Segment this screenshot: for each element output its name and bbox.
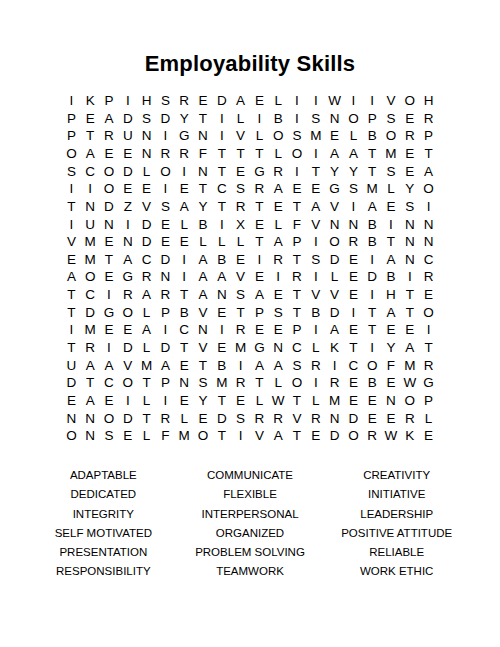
grid-cell: N	[194, 127, 213, 145]
grid-cell: M	[137, 357, 156, 375]
grid-cell: B	[363, 215, 382, 233]
grid-cell: T	[419, 145, 438, 163]
grid-cell: M	[175, 427, 194, 445]
grid-cell: I	[419, 321, 438, 339]
grid-cell: I	[344, 92, 363, 110]
grid-cell: N	[118, 233, 137, 251]
grid-cell: R	[269, 251, 288, 269]
grid-cell: I	[100, 286, 119, 304]
grid-cell: K	[400, 427, 419, 445]
grid-cell: R	[156, 286, 175, 304]
grid-cell: O	[419, 304, 438, 322]
grid-cell: I	[363, 92, 382, 110]
grid-cell: D	[137, 215, 156, 233]
grid-cell: F	[382, 357, 401, 375]
grid-cell: T	[212, 145, 231, 163]
grid-cell: T	[100, 251, 119, 269]
grid-cell: D	[325, 304, 344, 322]
grid-cell: T	[363, 304, 382, 322]
grid-cell: L	[306, 392, 325, 410]
grid-cell: D	[81, 304, 100, 322]
grid-cell: O	[100, 410, 119, 428]
grid-cell: T	[175, 286, 194, 304]
grid-cell: S	[156, 92, 175, 110]
grid-cell: D	[363, 268, 382, 286]
grid-cell: N	[194, 321, 213, 339]
grid-cell: I	[306, 321, 325, 339]
word-list-item: INTERPERSONAL	[177, 505, 324, 524]
grid-cell: T	[175, 339, 194, 357]
grid-cell: A	[269, 233, 288, 251]
grid-cell: D	[118, 163, 137, 181]
puzzle-title: Employability Skills	[0, 51, 500, 77]
grid-cell: R	[137, 268, 156, 286]
grid-cell: C	[288, 339, 307, 357]
grid-cell: D	[212, 410, 231, 428]
grid-cell: O	[382, 127, 401, 145]
grid-cell: R	[288, 268, 307, 286]
word-list-item: ORGANIZED	[177, 524, 324, 543]
grid-cell: H	[137, 92, 156, 110]
grid-cell: D	[137, 233, 156, 251]
grid-cell: P	[156, 304, 175, 322]
grid-cell: S	[344, 180, 363, 198]
grid-cell: C	[419, 251, 438, 269]
grid-cell: E	[269, 198, 288, 216]
grid-cell: S	[194, 374, 213, 392]
grid-cell: O	[419, 180, 438, 198]
grid-cell: P	[62, 127, 81, 145]
grid-cell: V	[118, 357, 137, 375]
grid-cell: T	[231, 145, 250, 163]
word-list: ADAPTABLEDEDICATEDINTEGRITYSELF MOTIVATE…	[30, 466, 470, 582]
grid-cell: D	[118, 110, 137, 128]
grid-cell: S	[288, 357, 307, 375]
grid-cell: R	[156, 145, 175, 163]
grid-cell: E	[306, 427, 325, 445]
grid-cell: E	[118, 321, 137, 339]
grid-cell: I	[250, 251, 269, 269]
grid-cell: O	[62, 427, 81, 445]
grid-cell: F	[288, 215, 307, 233]
grid-cell: L	[269, 145, 288, 163]
grid-cell: O	[325, 233, 344, 251]
grid-cell: A	[81, 357, 100, 375]
grid-cell: A	[269, 427, 288, 445]
grid-cell: E	[250, 215, 269, 233]
grid-cell: L	[137, 163, 156, 181]
grid-cell: T	[419, 339, 438, 357]
grid-cell: T	[62, 339, 81, 357]
grid-cell: T	[288, 427, 307, 445]
grid-cell: N	[137, 127, 156, 145]
grid-cell: T	[194, 180, 213, 198]
grid-cell: V	[137, 198, 156, 216]
grid-cell: E	[100, 268, 119, 286]
grid-cell: I	[175, 251, 194, 269]
grid-cell: P	[156, 374, 175, 392]
grid-cell: O	[100, 163, 119, 181]
word-list-item: POSITIVE ATTITUDE	[323, 524, 470, 543]
grid-cell: N	[62, 410, 81, 428]
grid-cell: A	[100, 110, 119, 128]
grid-cell: I	[288, 92, 307, 110]
grid-cell: E	[194, 92, 213, 110]
grid-cell: E	[250, 268, 269, 286]
grid-cell: O	[81, 268, 100, 286]
grid-cell: R	[100, 127, 119, 145]
grid-cell: A	[363, 198, 382, 216]
grid-cell: E	[250, 321, 269, 339]
grid-cell: A	[81, 392, 100, 410]
grid-cell: E	[100, 392, 119, 410]
grid-cell: E	[175, 180, 194, 198]
grid-cell: M	[363, 180, 382, 198]
grid-cell: T	[344, 339, 363, 357]
grid-cell: A	[269, 180, 288, 198]
grid-cell: V	[231, 127, 250, 145]
grid-cell: R	[306, 410, 325, 428]
grid-cell: R	[269, 410, 288, 428]
word-list-item: LEADERSHIP	[323, 505, 470, 524]
grid-cell: O	[269, 127, 288, 145]
grid-cell: E	[231, 163, 250, 181]
grid-cell: A	[175, 198, 194, 216]
grid-cell: T	[306, 163, 325, 181]
grid-cell: H	[419, 92, 438, 110]
grid-cell: A	[400, 339, 419, 357]
grid-cell: M	[400, 357, 419, 375]
grid-cell: O	[194, 427, 213, 445]
grid-cell: V	[62, 233, 81, 251]
grid-cell: R	[306, 357, 325, 375]
grid-cell: M	[231, 339, 250, 357]
grid-cell: I	[288, 163, 307, 181]
grid-cell: U	[62, 357, 81, 375]
grid-cell: R	[344, 233, 363, 251]
grid-cell: D	[156, 251, 175, 269]
grid-cell: L	[269, 374, 288, 392]
grid-cell: E	[175, 233, 194, 251]
grid-cell: D	[118, 410, 137, 428]
grid-cell: T	[81, 374, 100, 392]
grid-cell: R	[231, 321, 250, 339]
grid-cell: O	[400, 392, 419, 410]
grid-cell: C	[100, 374, 119, 392]
grid-cell: I	[344, 304, 363, 322]
grid-cell: T	[81, 127, 100, 145]
grid-cell: I	[269, 268, 288, 286]
grid-cell: T	[363, 163, 382, 181]
grid-cell: E	[62, 392, 81, 410]
grid-cell: B	[175, 304, 194, 322]
grid-cell: G	[325, 180, 344, 198]
grid-cell: I	[118, 392, 137, 410]
grid-cell: P	[419, 127, 438, 145]
grid-cell: I	[363, 339, 382, 357]
grid-cell: T	[288, 304, 307, 322]
grid-cell: T	[231, 304, 250, 322]
grid-cell: S	[382, 163, 401, 181]
grid-cell: E	[382, 198, 401, 216]
grid-cell: N	[81, 427, 100, 445]
grid-cell: E	[363, 410, 382, 428]
grid-cell: L	[137, 304, 156, 322]
grid-cell: A	[250, 286, 269, 304]
grid-cell: R	[231, 374, 250, 392]
grid-cell: A	[250, 357, 269, 375]
grid-cell: A	[194, 251, 213, 269]
word-list-item: COMMUNICATE	[177, 466, 324, 485]
grid-cell: D	[100, 198, 119, 216]
grid-cell: U	[81, 215, 100, 233]
grid-cell: L	[382, 180, 401, 198]
grid-cell: P	[363, 110, 382, 128]
grid-cell: X	[231, 215, 250, 233]
grid-cell: I	[419, 198, 438, 216]
word-list-item: ADAPTABLE	[30, 466, 177, 485]
grid-cell: A	[118, 251, 137, 269]
grid-cell: I	[62, 180, 81, 198]
grid-cell: S	[382, 110, 401, 128]
grid-cell: M	[81, 321, 100, 339]
grid-cell: E	[363, 392, 382, 410]
grid-cell: D	[156, 339, 175, 357]
grid-cell: I	[175, 163, 194, 181]
grid-cell: I	[212, 321, 231, 339]
word-list-item: CREATIVITY	[323, 466, 470, 485]
grid-cell: M	[81, 233, 100, 251]
grid-cell: T	[400, 304, 419, 322]
grid-cell: M	[382, 145, 401, 163]
grid-cell: N	[325, 110, 344, 128]
grid-cell: I	[288, 110, 307, 128]
word-list-item: PROBLEM SOLVING	[177, 543, 324, 562]
grid-cell: G	[250, 163, 269, 181]
grid-cell: L	[231, 233, 250, 251]
grid-cell: Y	[325, 163, 344, 181]
grid-cell: S	[62, 163, 81, 181]
grid-cell: E	[81, 110, 100, 128]
grid-cell: S	[100, 427, 119, 445]
grid-cell: A	[62, 268, 81, 286]
grid-cell: I	[212, 110, 231, 128]
grid-cell: N	[344, 215, 363, 233]
word-list-item: RELIABLE	[323, 543, 470, 562]
grid-cell: T	[288, 251, 307, 269]
word-list-item: SELF MOTIVATED	[30, 524, 177, 543]
grid-cell: L	[175, 410, 194, 428]
grid-cell: D	[62, 374, 81, 392]
grid-cell: O	[156, 163, 175, 181]
grid-cell: B	[363, 127, 382, 145]
word-list-item: TEAMWORK	[177, 562, 324, 581]
grid-cell: V	[325, 286, 344, 304]
grid-cell: L	[175, 215, 194, 233]
grid-cell: R	[419, 110, 438, 128]
grid-cell: T	[212, 198, 231, 216]
grid-cell: T	[250, 233, 269, 251]
grid-cell: B	[382, 268, 401, 286]
grid-cell: E	[250, 92, 269, 110]
word-list-item: WORK ETHIC	[323, 562, 470, 581]
grid-cell: A	[194, 268, 213, 286]
grid-cell: E	[156, 233, 175, 251]
grid-cell: A	[194, 286, 213, 304]
grid-cell: N	[269, 339, 288, 357]
grid-cell: L	[250, 127, 269, 145]
grid-cell: I	[156, 392, 175, 410]
grid-cell: W	[400, 374, 419, 392]
grid-cell: I	[306, 233, 325, 251]
grid-cell: V	[306, 286, 325, 304]
grid-cell: V	[288, 410, 307, 428]
grid-cell: L	[137, 392, 156, 410]
grid-cell: N	[81, 198, 100, 216]
grid-cell: L	[137, 427, 156, 445]
grid-cell: I	[363, 251, 382, 269]
grid-cell: E	[212, 304, 231, 322]
grid-cell: L	[137, 339, 156, 357]
grid-cell: P	[419, 392, 438, 410]
grid-cell: E	[344, 286, 363, 304]
word-list-column-2: COMMUNICATEFLEXIBLEINTERPERSONALORGANIZE…	[177, 466, 324, 582]
grid-cell: I	[118, 215, 137, 233]
grid-cell: P	[62, 110, 81, 128]
grid-cell: L	[325, 268, 344, 286]
grid-cell: A	[81, 145, 100, 163]
grid-cell: A	[306, 198, 325, 216]
grid-cell: I	[231, 427, 250, 445]
grid-cell: I	[344, 198, 363, 216]
grid-cell: S	[288, 127, 307, 145]
grid-cell: I	[325, 357, 344, 375]
grid-cell: I	[156, 127, 175, 145]
grid-cell: E	[156, 215, 175, 233]
grid-cell: A	[325, 321, 344, 339]
grid-cell: E	[382, 410, 401, 428]
grid-cell: O	[118, 304, 137, 322]
grid-cell: T	[250, 198, 269, 216]
grid-cell: N	[81, 410, 100, 428]
grid-cell: S	[269, 304, 288, 322]
grid-cell: G	[175, 127, 194, 145]
grid-cell: I	[363, 286, 382, 304]
grid-cell: E	[269, 321, 288, 339]
grid-cell: I	[306, 145, 325, 163]
grid-cell: B	[269, 110, 288, 128]
grid-cell: E	[231, 251, 250, 269]
grid-cell: E	[325, 127, 344, 145]
grid-cell: K	[325, 339, 344, 357]
grid-cell: R	[325, 374, 344, 392]
grid-cell: E	[344, 321, 363, 339]
grid-cell: E	[419, 427, 438, 445]
grid-cell: L	[269, 92, 288, 110]
grid-cell: L	[212, 233, 231, 251]
grid-cell: G	[118, 268, 137, 286]
word-list-column-3: CREATIVITYINITIATIVELEADERSHIPPOSITIVE A…	[323, 466, 470, 582]
grid-cell: N	[194, 163, 213, 181]
grid-cell: D	[156, 110, 175, 128]
grid-cell: C	[344, 357, 363, 375]
grid-cell: I	[62, 215, 81, 233]
grid-cell: R	[419, 268, 438, 286]
grid-cell: I	[306, 374, 325, 392]
grid-cell: W	[269, 392, 288, 410]
grid-cell: R	[156, 410, 175, 428]
grid-cell: E	[118, 180, 137, 198]
grid-cell: E	[212, 339, 231, 357]
grid-cell: T	[212, 392, 231, 410]
grid-cell: Z	[118, 198, 137, 216]
grid-cell: B	[363, 374, 382, 392]
grid-cell: N	[382, 392, 401, 410]
grid-cell: V	[231, 268, 250, 286]
grid-cell: T	[363, 321, 382, 339]
grid-cell: T	[194, 110, 213, 128]
word-list-item: DEDICATED	[30, 485, 177, 504]
grid-cell: U	[118, 127, 137, 145]
grid-cell: S	[231, 410, 250, 428]
grid-cell: E	[400, 163, 419, 181]
grid-cell: E	[382, 374, 401, 392]
grid-cell: E	[288, 180, 307, 198]
word-list-item: INTEGRITY	[30, 505, 177, 524]
grid-cell: A	[269, 357, 288, 375]
word-list-item: INITIATIVE	[323, 485, 470, 504]
grid-cell: T	[250, 145, 269, 163]
grid-cell: I	[382, 215, 401, 233]
grid-cell: D	[212, 92, 231, 110]
grid-cell: Y	[400, 180, 419, 198]
grid-cell: P	[100, 92, 119, 110]
grid-cell: N	[212, 286, 231, 304]
grid-cell: A	[344, 145, 363, 163]
grid-cell: R	[400, 127, 419, 145]
grid-cell: E	[137, 180, 156, 198]
grid-cell: S	[231, 286, 250, 304]
grid-cell: H	[382, 286, 401, 304]
grid-cell: E	[100, 145, 119, 163]
grid-cell: C	[212, 180, 231, 198]
grid-cell: C	[137, 251, 156, 269]
grid-cell: N	[400, 215, 419, 233]
grid-cell: M	[81, 251, 100, 269]
grid-cell: R	[250, 410, 269, 428]
grid-cell: K	[81, 92, 100, 110]
grid-cell: T	[400, 286, 419, 304]
grid-cell: L	[250, 392, 269, 410]
grid-cell: G	[419, 374, 438, 392]
grid-cell: I	[400, 268, 419, 286]
grid-cell: E	[100, 233, 119, 251]
grid-cell: A	[100, 357, 119, 375]
grid-cell: E	[344, 268, 363, 286]
grid-cell: E	[118, 145, 137, 163]
grid-cell: A	[231, 92, 250, 110]
grid-cell: A	[325, 145, 344, 163]
grid-cell: O	[400, 92, 419, 110]
grid-cell: N	[137, 145, 156, 163]
grid-cell: C	[81, 163, 100, 181]
grid-cell: E	[400, 321, 419, 339]
grid-cell: Y	[175, 110, 194, 128]
grid-cell: R	[231, 198, 250, 216]
grid-cell: E	[62, 251, 81, 269]
grid-cell: R	[400, 410, 419, 428]
grid-cell: E	[306, 180, 325, 198]
